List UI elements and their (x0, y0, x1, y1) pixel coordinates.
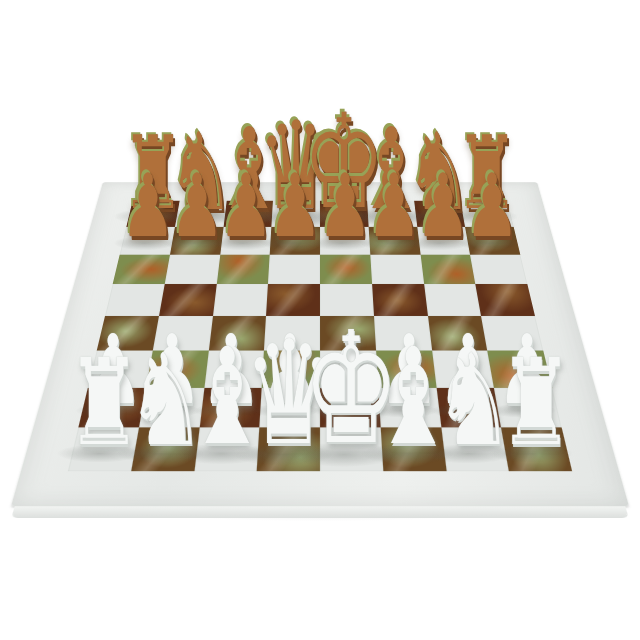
square-c2 (199, 387, 262, 427)
product-photo: ♜♞♝♛♚♝♞♜♟♟♟♟♟♟♟♟♟♟♟♟♟♟♟♟♜♞♝♛♚♝♞♜ (0, 0, 640, 640)
square-b8 (175, 201, 227, 227)
square-e4 (320, 316, 376, 350)
square-e8 (320, 201, 368, 227)
square-a8 (126, 201, 179, 227)
square-c6 (216, 254, 270, 284)
square-b6 (164, 254, 219, 284)
square-b3 (146, 350, 208, 387)
square-g6 (420, 254, 475, 284)
square-e2 (320, 387, 380, 427)
square-f3 (376, 350, 436, 387)
square-c4 (208, 316, 266, 350)
square-e1 (320, 428, 383, 472)
square-a2 (78, 387, 146, 427)
square-e7 (320, 227, 370, 255)
board-grid (11, 182, 629, 506)
square-h7 (465, 227, 520, 255)
square-b7 (170, 227, 223, 255)
square-b2 (139, 387, 204, 427)
square-f6 (370, 254, 424, 284)
square-a6 (113, 254, 170, 284)
square-g2 (436, 387, 501, 427)
square-h8 (461, 201, 514, 227)
square-f8 (367, 201, 417, 227)
square-g5 (424, 284, 482, 316)
square-a5 (105, 284, 164, 316)
square-a1 (68, 428, 139, 472)
square-f7 (368, 227, 420, 255)
square-g7 (417, 227, 470, 255)
square-h4 (481, 316, 543, 350)
square-f2 (378, 387, 441, 427)
square-d4 (264, 316, 320, 350)
square-c3 (204, 350, 264, 387)
square-f5 (372, 284, 428, 316)
square-e5 (320, 284, 374, 316)
square-h6 (470, 254, 527, 284)
square-h5 (476, 284, 535, 316)
square-b5 (159, 284, 217, 316)
square-d1 (257, 428, 320, 472)
square-c7 (220, 227, 272, 255)
square-a7 (120, 227, 175, 255)
square-d2 (260, 387, 320, 427)
square-g4 (428, 316, 488, 350)
square-d3 (262, 350, 320, 387)
square-g8 (414, 201, 466, 227)
square-c1 (194, 428, 260, 472)
square-g1 (441, 428, 509, 472)
square-d6 (268, 254, 320, 284)
square-d8 (272, 201, 320, 227)
chess-board (11, 182, 629, 506)
square-f4 (374, 316, 432, 350)
square-e3 (320, 350, 378, 387)
square-f1 (380, 428, 446, 472)
square-d5 (266, 284, 320, 316)
square-h3 (487, 350, 552, 387)
square-b1 (131, 428, 199, 472)
square-c8 (223, 201, 273, 227)
square-c5 (213, 284, 269, 316)
square-e6 (320, 254, 372, 284)
square-g3 (432, 350, 494, 387)
square-a4 (97, 316, 159, 350)
square-b4 (153, 316, 213, 350)
square-d7 (270, 227, 320, 255)
square-a3 (88, 350, 153, 387)
square-h1 (501, 428, 572, 472)
square-h2 (494, 387, 562, 427)
